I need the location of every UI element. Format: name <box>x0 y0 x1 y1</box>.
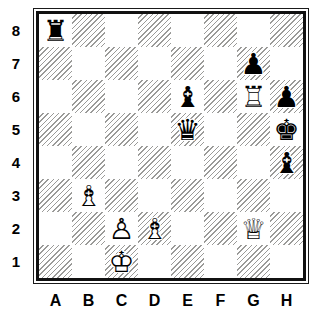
piece-glyph: ♝ <box>171 80 204 113</box>
square-e7[interactable] <box>171 47 204 80</box>
file-label-e: E <box>171 290 204 312</box>
square-e8[interactable] <box>171 14 204 47</box>
piece-white-pawn-c2[interactable]: ♟♙ <box>105 212 138 245</box>
file-label-c: C <box>105 290 138 312</box>
square-g6[interactable]: ♜♖ <box>237 80 270 113</box>
rank-label-4: 4 <box>4 146 28 179</box>
square-c1[interactable]: ♚♔ <box>105 245 138 278</box>
square-a6[interactable] <box>39 80 72 113</box>
square-e3[interactable] <box>171 179 204 212</box>
square-c5[interactable] <box>105 113 138 146</box>
square-e1[interactable] <box>171 245 204 278</box>
piece-glyph: ♔ <box>105 245 138 278</box>
square-c8[interactable] <box>105 14 138 47</box>
rank-label-3: 3 <box>4 179 28 212</box>
rank-label-6: 6 <box>4 80 28 113</box>
piece-black-bishop-e6[interactable]: ♝ <box>171 80 204 113</box>
square-g2[interactable]: ♛♕ <box>237 212 270 245</box>
file-label-b: B <box>72 290 105 312</box>
square-a5[interactable] <box>39 113 72 146</box>
chess-diagram: 87654321 ♜♟♝♜♖♟♛♚♝♝♗♟♙♝♗♛♕♚♔ ABCDEFGH <box>0 0 314 320</box>
square-h1[interactable] <box>270 245 303 278</box>
square-b2[interactable] <box>72 212 105 245</box>
square-e2[interactable] <box>171 212 204 245</box>
square-h7[interactable] <box>270 47 303 80</box>
square-c7[interactable] <box>105 47 138 80</box>
square-b6[interactable] <box>72 80 105 113</box>
square-c2[interactable]: ♟♙ <box>105 212 138 245</box>
square-g1[interactable] <box>237 245 270 278</box>
square-h4[interactable]: ♝ <box>270 146 303 179</box>
square-f7[interactable] <box>204 47 237 80</box>
piece-black-king-h5[interactable]: ♚ <box>270 113 303 146</box>
square-b8[interactable] <box>72 14 105 47</box>
rank-label-1: 1 <box>4 245 28 278</box>
piece-black-bishop-h4[interactable]: ♝ <box>270 146 303 179</box>
square-a8[interactable]: ♜ <box>39 14 72 47</box>
square-f2[interactable] <box>204 212 237 245</box>
piece-glyph: ♝ <box>270 146 303 179</box>
square-g7[interactable]: ♟ <box>237 47 270 80</box>
square-b7[interactable] <box>72 47 105 80</box>
square-c4[interactable] <box>105 146 138 179</box>
piece-black-pawn-g7[interactable]: ♟ <box>237 47 270 80</box>
square-d6[interactable] <box>138 80 171 113</box>
square-d2[interactable]: ♝♗ <box>138 212 171 245</box>
square-c3[interactable] <box>105 179 138 212</box>
square-h3[interactable] <box>270 179 303 212</box>
square-d1[interactable] <box>138 245 171 278</box>
square-b1[interactable] <box>72 245 105 278</box>
piece-white-queen-g2[interactable]: ♛♕ <box>237 212 270 245</box>
file-label-g: G <box>237 290 270 312</box>
piece-glyph: ♜ <box>39 14 72 47</box>
board-frame: ♜♟♝♜♖♟♛♚♝♝♗♟♙♝♗♛♕♚♔ <box>33 8 309 284</box>
rank-labels: 87654321 <box>4 14 28 278</box>
square-f4[interactable] <box>204 146 237 179</box>
square-h6[interactable]: ♟ <box>270 80 303 113</box>
rank-label-2: 2 <box>4 212 28 245</box>
rank-label-5: 5 <box>4 113 28 146</box>
rank-label-7: 7 <box>4 47 28 80</box>
square-g5[interactable] <box>237 113 270 146</box>
piece-white-bishop-d2[interactable]: ♝♗ <box>138 212 171 245</box>
square-f3[interactable] <box>204 179 237 212</box>
square-f6[interactable] <box>204 80 237 113</box>
file-label-d: D <box>138 290 171 312</box>
square-b4[interactable] <box>72 146 105 179</box>
square-c6[interactable] <box>105 80 138 113</box>
square-f1[interactable] <box>204 245 237 278</box>
piece-white-king-c1[interactable]: ♚♔ <box>105 245 138 278</box>
square-b5[interactable] <box>72 113 105 146</box>
square-d8[interactable] <box>138 14 171 47</box>
piece-black-queen-e5[interactable]: ♛ <box>171 113 204 146</box>
file-label-f: F <box>204 290 237 312</box>
square-h5[interactable]: ♚ <box>270 113 303 146</box>
square-a7[interactable] <box>39 47 72 80</box>
piece-glyph: ♙ <box>105 212 138 245</box>
piece-glyph: ♖ <box>237 80 270 113</box>
piece-glyph: ♟ <box>270 80 303 113</box>
square-d4[interactable] <box>138 146 171 179</box>
square-f5[interactable] <box>204 113 237 146</box>
square-a3[interactable] <box>39 179 72 212</box>
piece-glyph: ♟ <box>237 47 270 80</box>
rank-label-8: 8 <box>4 14 28 47</box>
square-h8[interactable] <box>270 14 303 47</box>
square-e4[interactable] <box>171 146 204 179</box>
square-h2[interactable] <box>270 212 303 245</box>
square-f8[interactable] <box>204 14 237 47</box>
file-labels: ABCDEFGH <box>39 290 303 312</box>
piece-glyph: ♛ <box>171 113 204 146</box>
square-a4[interactable] <box>39 146 72 179</box>
square-a2[interactable] <box>39 212 72 245</box>
square-g8[interactable] <box>237 14 270 47</box>
piece-glyph: ♗ <box>72 179 105 212</box>
square-e5[interactable]: ♛ <box>171 113 204 146</box>
piece-white-bishop-b3[interactable]: ♝♗ <box>72 179 105 212</box>
piece-black-pawn-h6[interactable]: ♟ <box>270 80 303 113</box>
square-d5[interactable] <box>138 113 171 146</box>
square-d3[interactable] <box>138 179 171 212</box>
piece-black-rook-a8[interactable]: ♜ <box>39 14 72 47</box>
square-g3[interactable] <box>237 179 270 212</box>
file-label-a: A <box>39 290 72 312</box>
piece-white-rook-g6[interactable]: ♜♖ <box>237 80 270 113</box>
piece-glyph: ♗ <box>138 212 171 245</box>
square-d7[interactable] <box>138 47 171 80</box>
square-a1[interactable] <box>39 245 72 278</box>
piece-glyph: ♚ <box>270 113 303 146</box>
piece-glyph: ♕ <box>237 212 270 245</box>
square-e6[interactable]: ♝ <box>171 80 204 113</box>
square-g4[interactable] <box>237 146 270 179</box>
file-label-h: H <box>270 290 303 312</box>
square-b3[interactable]: ♝♗ <box>72 179 105 212</box>
chess-board: ♜♟♝♜♖♟♛♚♝♝♗♟♙♝♗♛♕♚♔ <box>36 11 306 281</box>
